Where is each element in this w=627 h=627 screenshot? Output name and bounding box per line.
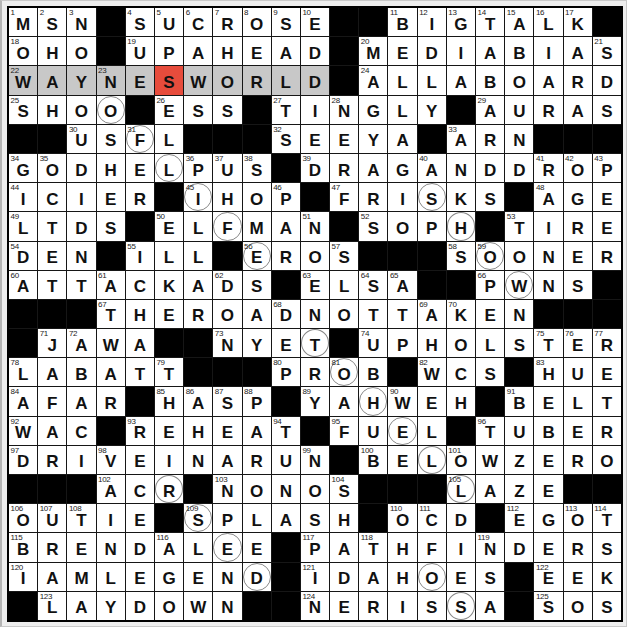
- cell-r1c3[interactable]: 3N: [67, 8, 95, 36]
- cell-r20c12[interactable]: D: [330, 563, 358, 591]
- cell-r9c19[interactable]: N: [534, 242, 562, 270]
- cell-r2c11[interactable]: D: [301, 37, 329, 65]
- cell-r8c11[interactable]: 51N: [301, 212, 329, 240]
- cell-r6c1[interactable]: 34G: [9, 154, 37, 182]
- cell-r3c13[interactable]: 24A: [359, 66, 387, 94]
- cell-r3c16[interactable]: A: [447, 66, 475, 94]
- cell-r2c21[interactable]: 21S: [593, 37, 621, 65]
- cell-r9c17[interactable]: 59O: [476, 242, 504, 270]
- cell-r7c5[interactable]: R: [126, 183, 154, 211]
- cell-r8c19[interactable]: I: [534, 212, 562, 240]
- cell-r6c4[interactable]: H: [97, 154, 125, 182]
- cell-r10c14[interactable]: 65A: [388, 271, 416, 299]
- cell-r17c10[interactable]: N: [272, 475, 300, 503]
- cell-r16c13[interactable]: 100B: [359, 446, 387, 474]
- cell-r18c8[interactable]: P: [213, 504, 241, 532]
- cell-r13c1[interactable]: 78L: [9, 358, 37, 386]
- cell-r12c8[interactable]: 73N: [213, 329, 241, 357]
- cell-r1c10[interactable]: 9S: [272, 8, 300, 36]
- cell-r20c9[interactable]: D: [243, 563, 271, 591]
- cell-r8c7[interactable]: L: [184, 212, 212, 240]
- cell-r16c4[interactable]: 98V: [97, 446, 125, 474]
- cell-r18c14[interactable]: 110O: [388, 504, 416, 532]
- cell-r11c12[interactable]: O: [330, 300, 358, 328]
- cell-r15c12[interactable]: 95F: [330, 417, 358, 445]
- cell-r3c10[interactable]: L: [272, 66, 300, 94]
- cell-r21c14[interactable]: I: [388, 592, 416, 620]
- cell-r19c18[interactable]: D: [505, 533, 533, 561]
- cell-r16c2[interactable]: R: [38, 446, 66, 474]
- cell-r15c1[interactable]: 92W: [9, 417, 37, 445]
- cell-r14c20[interactable]: L: [564, 387, 592, 415]
- cell-r21c12[interactable]: E: [330, 592, 358, 620]
- cell-r5c11[interactable]: E: [301, 125, 329, 153]
- cell-r9c6[interactable]: L: [155, 242, 183, 270]
- cell-r12c13[interactable]: 74U: [359, 329, 387, 357]
- cell-r8c3[interactable]: D: [67, 212, 95, 240]
- cell-r6c7[interactable]: 36P: [184, 154, 212, 182]
- cell-r16c15[interactable]: L: [418, 446, 446, 474]
- cell-r16c5[interactable]: E: [126, 446, 154, 474]
- cell-r14c9[interactable]: 88P: [243, 387, 271, 415]
- cell-r20c5[interactable]: E: [126, 563, 154, 591]
- cell-r7c9[interactable]: O: [243, 183, 271, 211]
- cell-r21c19[interactable]: 125S: [534, 592, 562, 620]
- cell-r9c20[interactable]: E: [564, 242, 592, 270]
- cell-r17c9[interactable]: O: [243, 475, 271, 503]
- cell-r3c15[interactable]: L: [418, 66, 446, 94]
- cell-r18c20[interactable]: 113O: [564, 504, 592, 532]
- cell-r21c16[interactable]: S: [447, 592, 475, 620]
- cell-r5c16[interactable]: 33A: [447, 125, 475, 153]
- cell-r2c9[interactable]: E: [243, 37, 271, 65]
- cell-r3c3[interactable]: Y: [67, 66, 95, 94]
- cell-r11c10[interactable]: 68D: [272, 300, 300, 328]
- cell-r15c8[interactable]: E: [213, 417, 241, 445]
- cell-r1c1[interactable]: 1M: [9, 8, 37, 36]
- cell-r19c14[interactable]: H: [388, 533, 416, 561]
- cell-r13c11[interactable]: R: [301, 358, 329, 386]
- cell-r16c6[interactable]: I: [155, 446, 183, 474]
- cell-r14c4[interactable]: R: [97, 387, 125, 415]
- cell-r11c15[interactable]: 69A: [418, 300, 446, 328]
- cell-r17c17[interactable]: A: [476, 475, 504, 503]
- cell-r17c6[interactable]: R: [155, 475, 183, 503]
- cell-r20c4[interactable]: L: [97, 563, 125, 591]
- cell-r3c9[interactable]: R: [243, 66, 271, 94]
- cell-r6c6[interactable]: L: [155, 154, 183, 182]
- cell-r1c14[interactable]: 11B: [388, 8, 416, 36]
- cell-r15c10[interactable]: 94T: [272, 417, 300, 445]
- cell-r15c9[interactable]: A: [243, 417, 271, 445]
- cell-r8c1[interactable]: 49L: [9, 212, 37, 240]
- cell-r7c10[interactable]: 46P: [272, 183, 300, 211]
- cell-r12c5[interactable]: A: [126, 329, 154, 357]
- cell-r14c12[interactable]: A: [330, 387, 358, 415]
- cell-r1c20[interactable]: 17K: [564, 8, 592, 36]
- cell-r15c18[interactable]: U: [505, 417, 533, 445]
- cell-r18c12[interactable]: H: [330, 504, 358, 532]
- cell-r12c10[interactable]: E: [272, 329, 300, 357]
- cell-r2c14[interactable]: E: [388, 37, 416, 65]
- cell-r7c1[interactable]: 44I: [9, 183, 37, 211]
- cell-r20c7[interactable]: E: [184, 563, 212, 591]
- cell-r15c21[interactable]: R: [593, 417, 621, 445]
- cell-r4c8[interactable]: S: [213, 96, 241, 124]
- cell-r8c18[interactable]: 53T: [505, 212, 533, 240]
- cell-r15c5[interactable]: 93R: [126, 417, 154, 445]
- cell-r14c8[interactable]: 87S: [213, 387, 241, 415]
- cell-r5c3[interactable]: 30U: [67, 125, 95, 153]
- cell-r5c14[interactable]: A: [388, 125, 416, 153]
- cell-r14c3[interactable]: A: [67, 387, 95, 415]
- cell-r9c7[interactable]: L: [184, 242, 212, 270]
- cell-r17c12[interactable]: 104S: [330, 475, 358, 503]
- cell-r3c8[interactable]: O: [213, 66, 241, 94]
- cell-r3c20[interactable]: R: [564, 66, 592, 94]
- cell-r10c4[interactable]: 61A: [97, 271, 125, 299]
- cell-r1c16[interactable]: 13G: [447, 8, 475, 36]
- cell-r17c5[interactable]: C: [126, 475, 154, 503]
- cell-r13c20[interactable]: U: [564, 358, 592, 386]
- cell-r3c4[interactable]: 23N: [97, 66, 125, 94]
- cell-r12c20[interactable]: 76E: [564, 329, 592, 357]
- cell-r6c12[interactable]: R: [330, 154, 358, 182]
- cell-r4c10[interactable]: 27T: [272, 96, 300, 124]
- cell-r20c21[interactable]: K: [593, 563, 621, 591]
- cell-r18c19[interactable]: G: [534, 504, 562, 532]
- cell-r18c15[interactable]: 111C: [418, 504, 446, 532]
- cell-r15c14[interactable]: E: [388, 417, 416, 445]
- cell-r1c11[interactable]: 10E: [301, 8, 329, 36]
- cell-r10c6[interactable]: K: [155, 271, 183, 299]
- cell-r8c2[interactable]: T: [38, 212, 66, 240]
- cell-r16c11[interactable]: 99N: [301, 446, 329, 474]
- cell-r11c13[interactable]: T: [359, 300, 387, 328]
- cell-r19c2[interactable]: R: [38, 533, 66, 561]
- cell-r14c19[interactable]: E: [534, 387, 562, 415]
- cell-r13c15[interactable]: 82W: [418, 358, 446, 386]
- cell-r9c3[interactable]: N: [67, 242, 95, 270]
- cell-r21c11[interactable]: 124N: [301, 592, 329, 620]
- cell-r9c18[interactable]: O: [505, 242, 533, 270]
- cell-r2c16[interactable]: I: [447, 37, 475, 65]
- cell-r12c2[interactable]: 71J: [38, 329, 66, 357]
- cell-r5c17[interactable]: R: [476, 125, 504, 153]
- cell-r15c19[interactable]: B: [534, 417, 562, 445]
- cell-r12c21[interactable]: 77R: [593, 329, 621, 357]
- cell-r1c17[interactable]: 14T: [476, 8, 504, 36]
- cell-r9c2[interactable]: E: [38, 242, 66, 270]
- cell-r1c15[interactable]: 12I: [418, 8, 446, 36]
- cell-r21c21[interactable]: S: [593, 592, 621, 620]
- cell-r5c10[interactable]: 32S: [272, 125, 300, 153]
- cell-r14c15[interactable]: E: [418, 387, 446, 415]
- cell-r9c21[interactable]: R: [593, 242, 621, 270]
- cell-r4c3[interactable]: O: [67, 96, 95, 124]
- cell-r2c3[interactable]: O: [67, 37, 95, 65]
- cell-r11c16[interactable]: 70K: [447, 300, 475, 328]
- cell-r4c19[interactable]: R: [534, 96, 562, 124]
- cell-r14c1[interactable]: 84A: [9, 387, 37, 415]
- cell-r10c20[interactable]: S: [564, 271, 592, 299]
- cell-r19c8[interactable]: E: [213, 533, 241, 561]
- cell-r6c13[interactable]: A: [359, 154, 387, 182]
- cell-r4c17[interactable]: 29A: [476, 96, 504, 124]
- cell-r9c16[interactable]: 58S: [447, 242, 475, 270]
- cell-r4c20[interactable]: A: [564, 96, 592, 124]
- cell-r2c17[interactable]: A: [476, 37, 504, 65]
- cell-r4c21[interactable]: S: [593, 96, 621, 124]
- cell-r16c14[interactable]: E: [388, 446, 416, 474]
- cell-r2c20[interactable]: A: [564, 37, 592, 65]
- cell-r10c1[interactable]: 60A: [9, 271, 37, 299]
- cell-r2c5[interactable]: 19U: [126, 37, 154, 65]
- cell-r7c12[interactable]: 47F: [330, 183, 358, 211]
- cell-r20c19[interactable]: 122E: [534, 563, 562, 591]
- cell-r10c13[interactable]: 64S: [359, 271, 387, 299]
- cell-r1c2[interactable]: 2S: [38, 8, 66, 36]
- cell-r5c13[interactable]: Y: [359, 125, 387, 153]
- cell-r8c16[interactable]: H: [447, 212, 475, 240]
- cell-r6c16[interactable]: N: [447, 154, 475, 182]
- cell-r9c11[interactable]: O: [301, 242, 329, 270]
- cell-r16c3[interactable]: I: [67, 446, 95, 474]
- cell-r7c8[interactable]: H: [213, 183, 241, 211]
- cell-r18c4[interactable]: I: [97, 504, 125, 532]
- cell-r7c20[interactable]: G: [564, 183, 592, 211]
- cell-r7c7[interactable]: 45I: [184, 183, 212, 211]
- cell-r4c6[interactable]: 26E: [155, 96, 183, 124]
- cell-r7c4[interactable]: E: [97, 183, 125, 211]
- cell-r19c17[interactable]: 119N: [476, 533, 504, 561]
- cell-r2c10[interactable]: A: [272, 37, 300, 65]
- cell-r16c20[interactable]: R: [564, 446, 592, 474]
- cell-r3c2[interactable]: A: [38, 66, 66, 94]
- cell-r6c8[interactable]: 37U: [213, 154, 241, 182]
- cell-r17c16[interactable]: 105L: [447, 475, 475, 503]
- cell-r11c4[interactable]: 67T: [97, 300, 125, 328]
- cell-r12c18[interactable]: S: [505, 329, 533, 357]
- cell-r9c12[interactable]: 57S: [330, 242, 358, 270]
- cell-r13c10[interactable]: 80P: [272, 358, 300, 386]
- cell-r16c16[interactable]: 101O: [447, 446, 475, 474]
- cell-r19c13[interactable]: 118T: [359, 533, 387, 561]
- cell-r21c2[interactable]: 123L: [38, 592, 66, 620]
- cell-r7c15[interactable]: S: [418, 183, 446, 211]
- cell-r17c4[interactable]: 102A: [97, 475, 125, 503]
- cell-r6c17[interactable]: D: [476, 154, 504, 182]
- cell-r20c3[interactable]: M: [67, 563, 95, 591]
- cell-r16c7[interactable]: N: [184, 446, 212, 474]
- cell-r19c15[interactable]: F: [418, 533, 446, 561]
- cell-r8c14[interactable]: O: [388, 212, 416, 240]
- cell-r19c5[interactable]: D: [126, 533, 154, 561]
- cell-r14c16[interactable]: H: [447, 387, 475, 415]
- cell-r4c11[interactable]: I: [301, 96, 329, 124]
- cell-r21c6[interactable]: O: [155, 592, 183, 620]
- cell-r6c11[interactable]: 39D: [301, 154, 329, 182]
- cell-r17c18[interactable]: Z: [505, 475, 533, 503]
- cell-r18c2[interactable]: 107U: [38, 504, 66, 532]
- cell-r11c8[interactable]: O: [213, 300, 241, 328]
- cell-r3c7[interactable]: W: [184, 66, 212, 94]
- cell-r20c17[interactable]: S: [476, 563, 504, 591]
- cell-r21c8[interactable]: N: [213, 592, 241, 620]
- cell-r3c5[interactable]: E: [126, 66, 154, 94]
- cell-r12c11[interactable]: T: [301, 329, 329, 357]
- cell-r8c15[interactable]: P: [418, 212, 446, 240]
- cell-r18c21[interactable]: 114T: [593, 504, 621, 532]
- cell-r7c13[interactable]: R: [359, 183, 387, 211]
- cell-r7c21[interactable]: E: [593, 183, 621, 211]
- cell-r10c5[interactable]: C: [126, 271, 154, 299]
- cell-r19c11[interactable]: 117P: [301, 533, 329, 561]
- cell-r21c17[interactable]: A: [476, 592, 504, 620]
- cell-r19c16[interactable]: I: [447, 533, 475, 561]
- cell-r10c11[interactable]: 63E: [301, 271, 329, 299]
- cell-r15c20[interactable]: E: [564, 417, 592, 445]
- cell-r11c18[interactable]: N: [505, 300, 533, 328]
- cell-r13c2[interactable]: A: [38, 358, 66, 386]
- cell-r3c18[interactable]: O: [505, 66, 533, 94]
- cell-r12c4[interactable]: W: [97, 329, 125, 357]
- cell-r14c14[interactable]: 90W: [388, 387, 416, 415]
- cell-r8c21[interactable]: E: [593, 212, 621, 240]
- cell-r10c3[interactable]: T: [67, 271, 95, 299]
- cell-r21c7[interactable]: W: [184, 592, 212, 620]
- cell-r17c8[interactable]: 103N: [213, 475, 241, 503]
- cell-r2c1[interactable]: 18O: [9, 37, 37, 65]
- cell-r2c2[interactable]: H: [38, 37, 66, 65]
- cell-r4c15[interactable]: Y: [418, 96, 446, 124]
- cell-r20c20[interactable]: E: [564, 563, 592, 591]
- cell-r12c3[interactable]: 72A: [67, 329, 95, 357]
- cell-r13c13[interactable]: B: [359, 358, 387, 386]
- cell-r20c8[interactable]: N: [213, 563, 241, 591]
- cell-r15c6[interactable]: E: [155, 417, 183, 445]
- cell-r15c15[interactable]: L: [418, 417, 446, 445]
- cell-r4c7[interactable]: S: [184, 96, 212, 124]
- cell-r19c9[interactable]: E: [243, 533, 271, 561]
- cell-r18c1[interactable]: 106O: [9, 504, 37, 532]
- cell-r4c4[interactable]: O: [97, 96, 125, 124]
- cell-r18c9[interactable]: L: [243, 504, 271, 532]
- cell-r7c17[interactable]: S: [476, 183, 504, 211]
- cell-r11c14[interactable]: T: [388, 300, 416, 328]
- cell-r13c4[interactable]: A: [97, 358, 125, 386]
- cell-r4c18[interactable]: U: [505, 96, 533, 124]
- cell-r10c12[interactable]: L: [330, 271, 358, 299]
- cell-r1c18[interactable]: 15A: [505, 8, 533, 36]
- cell-r1c8[interactable]: 7R: [213, 8, 241, 36]
- cell-r16c21[interactable]: O: [593, 446, 621, 474]
- cell-r9c1[interactable]: 54D: [9, 242, 37, 270]
- cell-r8c10[interactable]: A: [272, 212, 300, 240]
- cell-r15c2[interactable]: A: [38, 417, 66, 445]
- cell-r13c5[interactable]: T: [126, 358, 154, 386]
- cell-r20c2[interactable]: A: [38, 563, 66, 591]
- cell-r4c2[interactable]: H: [38, 96, 66, 124]
- cell-r14c11[interactable]: 89Y: [301, 387, 329, 415]
- cell-r20c14[interactable]: H: [388, 563, 416, 591]
- cell-r16c18[interactable]: Z: [505, 446, 533, 474]
- cell-r18c18[interactable]: 112E: [505, 504, 533, 532]
- cell-r10c2[interactable]: T: [38, 271, 66, 299]
- cell-r6c9[interactable]: 38S: [243, 154, 271, 182]
- cell-r12c16[interactable]: O: [447, 329, 475, 357]
- cell-r12c19[interactable]: 75T: [534, 329, 562, 357]
- cell-r2c15[interactable]: D: [418, 37, 446, 65]
- cell-r19c19[interactable]: E: [534, 533, 562, 561]
- cell-r11c7[interactable]: R: [184, 300, 212, 328]
- cell-r12c17[interactable]: L: [476, 329, 504, 357]
- cell-r8c4[interactable]: S: [97, 212, 125, 240]
- cell-r13c12[interactable]: 81O: [330, 358, 358, 386]
- cell-r2c6[interactable]: P: [155, 37, 183, 65]
- cell-r8c20[interactable]: R: [564, 212, 592, 240]
- cell-r19c12[interactable]: A: [330, 533, 358, 561]
- cell-r1c5[interactable]: 4S: [126, 8, 154, 36]
- cell-r21c4[interactable]: Y: [97, 592, 125, 620]
- cell-r3c1[interactable]: 22W: [9, 66, 37, 94]
- cell-r3c11[interactable]: D: [301, 66, 329, 94]
- cell-r6c15[interactable]: 40A: [418, 154, 446, 182]
- cell-r2c7[interactable]: A: [184, 37, 212, 65]
- cell-r7c2[interactable]: C: [38, 183, 66, 211]
- cell-r21c13[interactable]: R: [359, 592, 387, 620]
- cell-r4c1[interactable]: 25S: [9, 96, 37, 124]
- cell-r13c17[interactable]: S: [476, 358, 504, 386]
- cell-r5c5[interactable]: 31F: [126, 125, 154, 153]
- cell-r5c4[interactable]: S: [97, 125, 125, 153]
- cell-r12c15[interactable]: H: [418, 329, 446, 357]
- cell-r18c3[interactable]: 108T: [67, 504, 95, 532]
- cell-r8c9[interactable]: M: [243, 212, 271, 240]
- cell-r20c11[interactable]: 121I: [301, 563, 329, 591]
- cell-r13c6[interactable]: 79T: [155, 358, 183, 386]
- cell-r16c17[interactable]: W: [476, 446, 504, 474]
- cell-r19c1[interactable]: 115B: [9, 533, 37, 561]
- cell-r20c16[interactable]: E: [447, 563, 475, 591]
- cell-r6c14[interactable]: G: [388, 154, 416, 182]
- cell-r13c16[interactable]: C: [447, 358, 475, 386]
- cell-r9c10[interactable]: R: [272, 242, 300, 270]
- cell-r3c14[interactable]: L: [388, 66, 416, 94]
- cell-r5c12[interactable]: E: [330, 125, 358, 153]
- cell-r18c16[interactable]: D: [447, 504, 475, 532]
- cell-r6c19[interactable]: 41R: [534, 154, 562, 182]
- cell-r6c21[interactable]: 43P: [593, 154, 621, 182]
- cell-r12c14[interactable]: P: [388, 329, 416, 357]
- cell-r10c18[interactable]: W: [505, 271, 533, 299]
- cell-r19c3[interactable]: E: [67, 533, 95, 561]
- cell-r19c20[interactable]: R: [564, 533, 592, 561]
- cell-r13c19[interactable]: 83H: [534, 358, 562, 386]
- cell-r5c18[interactable]: N: [505, 125, 533, 153]
- cell-r3c19[interactable]: A: [534, 66, 562, 94]
- cell-r19c7[interactable]: L: [184, 533, 212, 561]
- cell-r16c10[interactable]: U: [272, 446, 300, 474]
- cell-r21c20[interactable]: O: [564, 592, 592, 620]
- cell-r7c3[interactable]: I: [67, 183, 95, 211]
- cell-r8c8[interactable]: F: [213, 212, 241, 240]
- cell-r6c5[interactable]: E: [126, 154, 154, 182]
- cell-r10c17[interactable]: 66P: [476, 271, 504, 299]
- cell-r1c7[interactable]: 6C: [184, 8, 212, 36]
- cell-r3c21[interactable]: D: [593, 66, 621, 94]
- cell-r10c9[interactable]: S: [243, 271, 271, 299]
